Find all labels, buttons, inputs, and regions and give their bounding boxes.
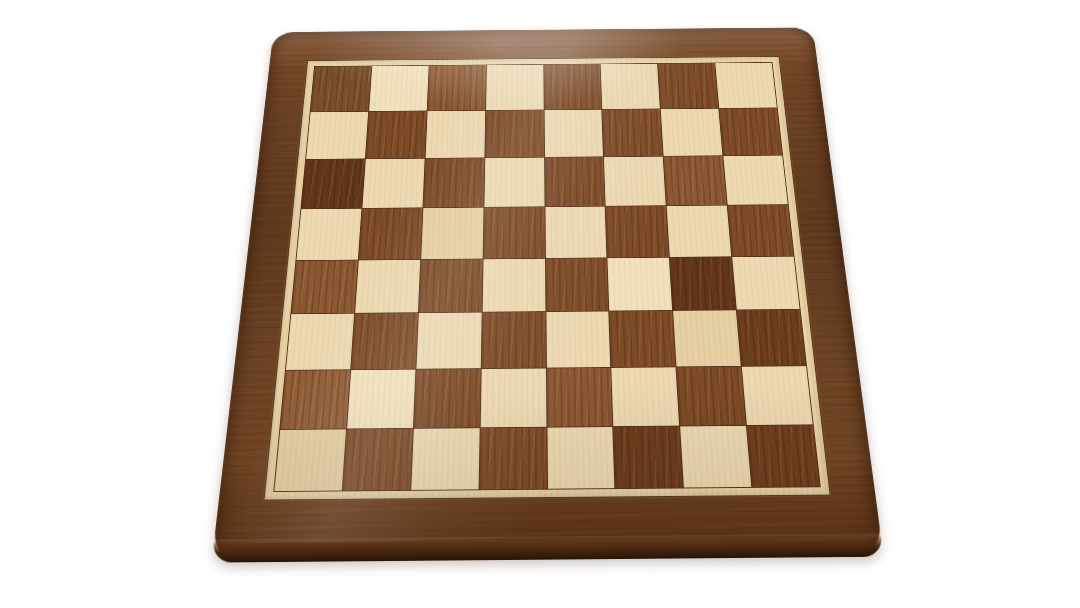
square-e3 (546, 312, 611, 368)
square-d8 (486, 65, 544, 110)
square-a7 (306, 112, 368, 159)
square-a2 (280, 370, 350, 429)
square-c7 (425, 111, 485, 158)
square-g1 (680, 426, 751, 488)
square-d3 (481, 312, 545, 368)
square-b7 (366, 111, 427, 158)
square-h6 (723, 155, 787, 204)
square-a3 (286, 314, 354, 370)
square-e7 (544, 110, 603, 157)
square-c1 (411, 428, 479, 490)
maple-inlay-border (264, 56, 831, 500)
square-a5 (296, 208, 361, 259)
board-grid (273, 62, 821, 492)
square-g8 (658, 63, 718, 108)
product-photo-page (0, 0, 1080, 608)
square-b5 (359, 208, 423, 259)
square-f1 (614, 427, 683, 489)
square-f5 (606, 206, 669, 257)
square-a1 (274, 429, 346, 491)
square-g5 (667, 205, 731, 256)
square-c3 (416, 313, 481, 369)
square-f3 (610, 311, 676, 367)
chessboard (212, 0, 878, 608)
square-c4 (419, 259, 483, 313)
square-h2 (742, 366, 813, 425)
square-f4 (608, 257, 673, 311)
square-h8 (715, 63, 776, 108)
square-d1 (479, 428, 546, 490)
square-e5 (545, 206, 607, 257)
square-b1 (343, 429, 413, 491)
square-a8 (311, 66, 372, 111)
square-h3 (737, 310, 806, 366)
square-c8 (427, 65, 485, 110)
square-e2 (546, 368, 612, 427)
square-e1 (547, 427, 615, 489)
chessboard-frame (212, 27, 884, 562)
square-h7 (719, 108, 782, 155)
square-c5 (421, 207, 483, 258)
square-d7 (485, 110, 544, 157)
square-f7 (603, 109, 663, 156)
square-f2 (612, 368, 680, 427)
square-d6 (484, 157, 544, 206)
square-g7 (661, 109, 723, 156)
square-a6 (301, 159, 364, 208)
square-b3 (351, 313, 418, 369)
square-h5 (728, 205, 794, 256)
square-d4 (482, 258, 545, 312)
square-b4 (355, 259, 420, 313)
square-e4 (545, 258, 608, 312)
square-g2 (677, 367, 746, 426)
square-b8 (369, 66, 428, 111)
square-f6 (604, 156, 666, 205)
square-e6 (545, 157, 605, 206)
square-d5 (483, 207, 544, 258)
square-g3 (673, 311, 741, 367)
board-front-edge (212, 534, 884, 563)
square-h1 (747, 425, 820, 487)
square-h4 (732, 256, 799, 310)
square-a4 (291, 260, 357, 314)
square-d2 (480, 369, 546, 428)
square-e8 (544, 64, 602, 109)
square-g6 (664, 156, 727, 205)
square-f8 (601, 64, 660, 109)
square-c2 (414, 369, 481, 428)
square-g4 (670, 257, 736, 311)
square-b2 (347, 370, 415, 429)
square-c6 (423, 158, 484, 207)
square-b6 (362, 158, 424, 207)
